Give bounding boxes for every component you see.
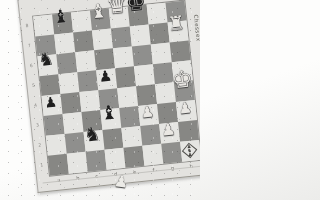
rank-label-1: 1 [37,162,47,168]
corner-emblem-icon: ♟♞♟ [179,139,200,161]
rank-label-7: 7 [24,43,34,49]
rank-label-4: 4 [30,102,40,108]
white-pawn-glyph: ♟ [178,100,193,116]
rank-label-6: 6 [26,62,36,68]
black-knight[interactable]: ♞ [82,122,103,144]
square-b7[interactable] [54,32,75,54]
white-bishop-glyph: ♝ [89,1,108,21]
black-knight-glyph: ♞ [37,50,55,69]
white-king-glyph: ♚ [171,68,194,92]
rank-label-2: 2 [34,142,44,148]
rank-label-5: 5 [28,82,38,88]
square-e4[interactable] [117,86,138,108]
square-g8[interactable] [147,3,168,25]
rank-label-8: 8 [22,23,32,29]
black-pawn[interactable]: ♟ [95,62,116,84]
square-g6[interactable] [151,42,172,64]
square-d7[interactable] [92,28,113,50]
square-e2[interactable] [121,126,142,148]
white-rook[interactable]: ♜ [166,11,187,33]
square-f6[interactable] [132,44,153,66]
black-bishop-glyph: ♝ [52,7,70,26]
square-f5[interactable] [134,64,155,86]
square-f7[interactable] [130,25,151,47]
black-pawn-glyph: ♟ [98,68,113,84]
square-e7[interactable] [111,26,132,48]
square-b5[interactable] [58,72,79,94]
square-e6[interactable] [113,46,134,68]
square-e5[interactable] [115,66,136,88]
square-f1[interactable] [142,144,163,166]
square-b1[interactable] [67,152,88,174]
square-c1[interactable] [86,150,107,172]
square-d2[interactable] [102,128,123,150]
square-c6[interactable] [75,50,96,72]
square-h6[interactable] [170,40,191,62]
black-bishop-glyph: ♝ [100,102,119,122]
white-pawn[interactable]: ♟ [158,116,179,138]
square-b4[interactable] [60,92,81,114]
chessboard-photo: ♝♝♛♚♜♞♟♟♚♝♟♟♞♟ abcdefgh87654321 Chessex … [0,0,200,200]
square-c4[interactable] [79,90,100,112]
chess-board: ♝♝♛♚♜♞♟♟♚♝♟♟♞♟ abcdefgh87654321 Chessex … [15,0,200,193]
captured-white-pawn[interactable]: ♟ [111,167,133,191]
white-pawn-glyph: ♟ [140,104,155,120]
white-pawn-glyph: ♟ [113,173,129,191]
black-king-glyph: ♚ [125,0,148,16]
white-rook-glyph: ♜ [167,13,186,33]
white-pawn[interactable]: ♟ [174,94,195,116]
square-a3[interactable] [44,114,65,136]
black-knight-glyph: ♞ [83,124,102,144]
black-bishop[interactable]: ♝ [99,100,120,122]
square-c7[interactable] [73,30,94,52]
square-e1[interactable] [123,146,144,168]
white-pawn[interactable]: ♟ [137,98,158,120]
rank-label-3: 3 [32,122,42,128]
white-king[interactable]: ♚ [172,70,193,92]
square-a1[interactable] [48,154,69,176]
square-b6[interactable] [56,52,77,74]
black-bishop[interactable]: ♝ [50,4,71,26]
black-knight[interactable]: ♞ [36,46,57,68]
square-b3[interactable] [63,112,84,134]
white-pawn-glyph: ♟ [160,121,176,138]
black-king[interactable]: ♚ [126,0,147,16]
square-a2[interactable] [46,134,67,156]
black-pawn[interactable]: ♟ [40,88,61,110]
black-pawn-glyph: ♟ [44,95,58,110]
